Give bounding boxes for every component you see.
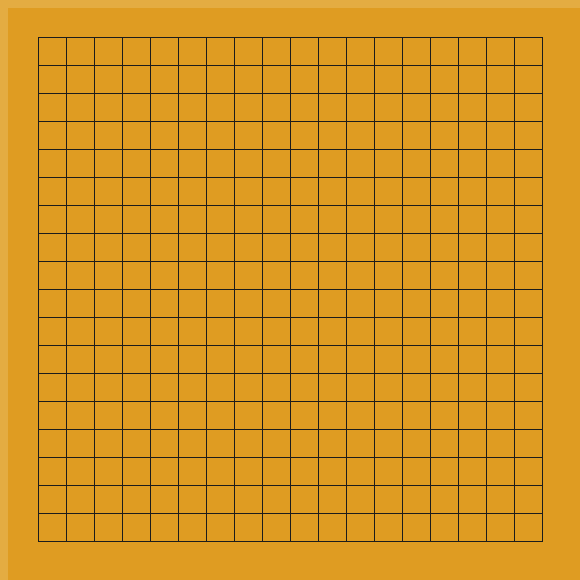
stones-layer (24, 23, 556, 555)
go-board-app: { "game": "go", "board": { "size": 19, "… (0, 0, 580, 580)
go-board[interactable] (0, 0, 580, 580)
